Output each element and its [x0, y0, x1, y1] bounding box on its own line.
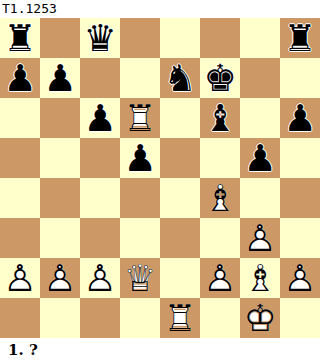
black-pawn-icon: ♟ [120, 138, 160, 178]
square-e6[interactable] [160, 98, 200, 138]
square-f2[interactable]: ♟♙ [200, 258, 240, 298]
chess-board: ♜♛♜♟♟♞♚♟♜♖♝♟♟♟♝♗♟♙♟♙♟♙♟♙♛♕♟♙♝♗♟♙♜♖♚♔ [0, 18, 320, 338]
square-d6[interactable]: ♜♖ [120, 98, 160, 138]
black-bishop-icon: ♝ [200, 98, 240, 138]
square-e5[interactable] [160, 138, 200, 178]
white-king-icon: ♚♔ [240, 298, 280, 338]
black-king-icon: ♚ [200, 58, 240, 98]
square-a2[interactable]: ♟♙ [0, 258, 40, 298]
white-pawn-icon: ♟♙ [40, 258, 80, 298]
square-c3[interactable] [80, 218, 120, 258]
white-pawn-icon: ♟♙ [240, 218, 280, 258]
square-h1[interactable] [280, 298, 320, 338]
white-bishop-icon: ♝♗ [240, 258, 280, 298]
square-a3[interactable] [0, 218, 40, 258]
square-h8[interactable]: ♜ [280, 18, 320, 58]
square-a4[interactable] [0, 178, 40, 218]
square-g4[interactable] [240, 178, 280, 218]
square-e2[interactable] [160, 258, 200, 298]
square-f1[interactable] [200, 298, 240, 338]
square-h3[interactable] [280, 218, 320, 258]
square-b3[interactable] [40, 218, 80, 258]
square-c5[interactable] [80, 138, 120, 178]
square-c2[interactable]: ♟♙ [80, 258, 120, 298]
square-e3[interactable] [160, 218, 200, 258]
square-b7[interactable]: ♟ [40, 58, 80, 98]
square-e4[interactable] [160, 178, 200, 218]
square-d2[interactable]: ♛♕ [120, 258, 160, 298]
square-a6[interactable] [0, 98, 40, 138]
square-e8[interactable] [160, 18, 200, 58]
square-g6[interactable] [240, 98, 280, 138]
white-queen-icon: ♛♕ [120, 258, 160, 298]
white-bishop-icon: ♝♗ [200, 178, 240, 218]
black-queen-icon: ♛ [80, 18, 120, 58]
black-rook-icon: ♜ [0, 18, 40, 58]
black-rook-icon: ♜ [280, 18, 320, 58]
square-f4[interactable]: ♝♗ [200, 178, 240, 218]
square-f8[interactable] [200, 18, 240, 58]
square-f3[interactable] [200, 218, 240, 258]
square-c4[interactable] [80, 178, 120, 218]
square-h5[interactable] [280, 138, 320, 178]
white-pawn-icon: ♟♙ [0, 258, 40, 298]
square-h6[interactable]: ♟ [280, 98, 320, 138]
black-knight-icon: ♞ [160, 58, 200, 98]
square-b4[interactable] [40, 178, 80, 218]
square-a7[interactable]: ♟ [0, 58, 40, 98]
square-d1[interactable] [120, 298, 160, 338]
square-d5[interactable]: ♟ [120, 138, 160, 178]
black-pawn-icon: ♟ [80, 98, 120, 138]
square-a1[interactable] [0, 298, 40, 338]
square-e7[interactable]: ♞ [160, 58, 200, 98]
white-pawn-icon: ♟♙ [280, 258, 320, 298]
white-rook-icon: ♜♖ [160, 298, 200, 338]
square-a5[interactable] [0, 138, 40, 178]
square-d4[interactable] [120, 178, 160, 218]
square-g8[interactable] [240, 18, 280, 58]
square-h2[interactable]: ♟♙ [280, 258, 320, 298]
square-c7[interactable] [80, 58, 120, 98]
square-g2[interactable]: ♝♗ [240, 258, 280, 298]
square-a8[interactable]: ♜ [0, 18, 40, 58]
move-prompt: 1. ? [0, 338, 320, 360]
square-h7[interactable] [280, 58, 320, 98]
black-pawn-icon: ♟ [0, 58, 40, 98]
square-c1[interactable] [80, 298, 120, 338]
square-g7[interactable] [240, 58, 280, 98]
puzzle-title: T1.1253 [0, 0, 320, 18]
square-d8[interactable] [120, 18, 160, 58]
square-c6[interactable]: ♟ [80, 98, 120, 138]
square-d7[interactable] [120, 58, 160, 98]
square-g3[interactable]: ♟♙ [240, 218, 280, 258]
white-rook-icon: ♜♖ [120, 98, 160, 138]
white-pawn-icon: ♟♙ [80, 258, 120, 298]
square-b1[interactable] [40, 298, 80, 338]
square-b2[interactable]: ♟♙ [40, 258, 80, 298]
square-f7[interactable]: ♚ [200, 58, 240, 98]
square-h4[interactable] [280, 178, 320, 218]
square-f5[interactable] [200, 138, 240, 178]
square-b6[interactable] [40, 98, 80, 138]
square-f6[interactable]: ♝ [200, 98, 240, 138]
black-pawn-icon: ♟ [40, 58, 80, 98]
square-d3[interactable] [120, 218, 160, 258]
square-e1[interactable]: ♜♖ [160, 298, 200, 338]
square-g5[interactable]: ♟ [240, 138, 280, 178]
square-g1[interactable]: ♚♔ [240, 298, 280, 338]
black-pawn-icon: ♟ [240, 138, 280, 178]
square-b5[interactable] [40, 138, 80, 178]
black-pawn-icon: ♟ [280, 98, 320, 138]
square-b8[interactable] [40, 18, 80, 58]
white-pawn-icon: ♟♙ [200, 258, 240, 298]
square-c8[interactable]: ♛ [80, 18, 120, 58]
